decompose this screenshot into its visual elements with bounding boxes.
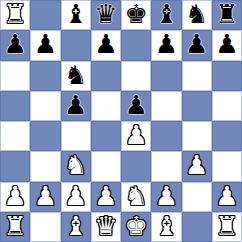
black-pawn-c5[interactable]: ♟ xyxy=(64,92,87,118)
square-h4[interactable] xyxy=(212,121,242,151)
white-queen-d1[interactable]: ♛ xyxy=(94,213,117,239)
white-knight-e2[interactable]: ♞ xyxy=(124,183,147,209)
square-c5[interactable]: ♟ xyxy=(61,91,91,121)
square-g6[interactable] xyxy=(182,61,212,91)
white-knight-c3[interactable]: ♞ xyxy=(64,152,87,178)
square-a2[interactable]: ♟ xyxy=(0,182,30,212)
square-d3[interactable] xyxy=(91,151,121,181)
square-f7[interactable]: ♟ xyxy=(151,30,181,60)
black-queen-d8[interactable]: ♛ xyxy=(94,1,117,27)
square-h2[interactable]: ♟ xyxy=(212,182,242,212)
chess-board: ♜♝♛♚♝♞♜♟♟♟♟♟♟♞♟♟♟♞♟♟♟♟♟♞♟♟♜♝♛♚♝♜ xyxy=(0,0,242,242)
white-bishop-c1[interactable]: ♝ xyxy=(64,213,87,239)
black-knight-c6[interactable]: ♞ xyxy=(64,62,87,88)
white-pawn-c2[interactable]: ♟ xyxy=(64,183,87,209)
square-h5[interactable] xyxy=(212,91,242,121)
white-pawn-d2[interactable]: ♟ xyxy=(94,183,117,209)
black-pawn-a7[interactable]: ♟ xyxy=(3,31,26,57)
square-e3[interactable] xyxy=(121,151,151,181)
square-h6[interactable] xyxy=(212,61,242,91)
white-pawn-f2[interactable]: ♟ xyxy=(155,183,178,209)
white-rook-h1[interactable]: ♜ xyxy=(215,213,238,239)
square-f4[interactable] xyxy=(151,121,181,151)
black-pawn-h7[interactable]: ♟ xyxy=(215,31,238,57)
square-b3[interactable] xyxy=(30,151,60,181)
white-pawn-b2[interactable]: ♟ xyxy=(34,183,57,209)
square-e4[interactable]: ♟ xyxy=(121,121,151,151)
square-d4[interactable] xyxy=(91,121,121,151)
square-f1[interactable]: ♝ xyxy=(151,212,181,242)
square-c3[interactable]: ♞ xyxy=(61,151,91,181)
black-pawn-d7[interactable]: ♟ xyxy=(94,31,117,57)
square-a4[interactable] xyxy=(0,121,30,151)
white-king-e1[interactable]: ♚ xyxy=(124,213,147,239)
black-bishop-f8[interactable]: ♝ xyxy=(155,1,178,27)
black-pawn-b7[interactable]: ♟ xyxy=(34,31,57,57)
square-h1[interactable]: ♜ xyxy=(212,212,242,242)
square-b7[interactable]: ♟ xyxy=(30,30,60,60)
square-g2[interactable] xyxy=(182,182,212,212)
square-f2[interactable]: ♟ xyxy=(151,182,181,212)
square-d2[interactable]: ♟ xyxy=(91,182,121,212)
square-e6[interactable] xyxy=(121,61,151,91)
square-h3[interactable] xyxy=(212,151,242,181)
square-b4[interactable] xyxy=(30,121,60,151)
black-pawn-g7[interactable]: ♟ xyxy=(185,31,208,57)
square-h7[interactable]: ♟ xyxy=(212,30,242,60)
square-f3[interactable] xyxy=(151,151,181,181)
square-d5[interactable] xyxy=(91,91,121,121)
square-a5[interactable] xyxy=(0,91,30,121)
square-a3[interactable] xyxy=(0,151,30,181)
square-b6[interactable] xyxy=(30,61,60,91)
white-rook-a8[interactable]: ♜ xyxy=(3,1,26,27)
white-bishop-f1[interactable]: ♝ xyxy=(155,213,178,239)
square-g5[interactable] xyxy=(182,91,212,121)
square-g3[interactable]: ♟ xyxy=(182,151,212,181)
white-pawn-a2[interactable]: ♟ xyxy=(3,183,26,209)
square-c6[interactable]: ♞ xyxy=(61,61,91,91)
square-a8[interactable]: ♜ xyxy=(0,0,30,30)
square-a6[interactable] xyxy=(0,61,30,91)
square-b1[interactable] xyxy=(30,212,60,242)
square-f8[interactable]: ♝ xyxy=(151,0,181,30)
black-pawn-f7[interactable]: ♟ xyxy=(155,31,178,57)
black-king-e8[interactable]: ♚ xyxy=(124,1,147,27)
square-g8[interactable]: ♞ xyxy=(182,0,212,30)
square-e2[interactable]: ♞ xyxy=(121,182,151,212)
square-a1[interactable]: ♜ xyxy=(0,212,30,242)
black-pawn-e5[interactable]: ♟ xyxy=(124,92,147,118)
square-c1[interactable]: ♝ xyxy=(61,212,91,242)
square-c2[interactable]: ♟ xyxy=(61,182,91,212)
square-g7[interactable]: ♟ xyxy=(182,30,212,60)
square-e1[interactable]: ♚ xyxy=(121,212,151,242)
square-f5[interactable] xyxy=(151,91,181,121)
square-g1[interactable] xyxy=(182,212,212,242)
square-e8[interactable]: ♚ xyxy=(121,0,151,30)
square-c7[interactable] xyxy=(61,30,91,60)
black-rook-h8[interactable]: ♜ xyxy=(215,1,238,27)
black-knight-g8[interactable]: ♞ xyxy=(185,1,208,27)
square-b2[interactable]: ♟ xyxy=(30,182,60,212)
square-a7[interactable]: ♟ xyxy=(0,30,30,60)
square-h8[interactable]: ♜ xyxy=(212,0,242,30)
black-bishop-c8[interactable]: ♝ xyxy=(64,1,87,27)
square-d7[interactable]: ♟ xyxy=(91,30,121,60)
white-pawn-g3[interactable]: ♟ xyxy=(185,152,208,178)
white-rook-a1[interactable]: ♜ xyxy=(3,213,26,239)
square-d6[interactable] xyxy=(91,61,121,91)
square-c8[interactable]: ♝ xyxy=(61,0,91,30)
square-b5[interactable] xyxy=(30,91,60,121)
white-pawn-h2[interactable]: ♟ xyxy=(215,183,238,209)
square-d1[interactable]: ♛ xyxy=(91,212,121,242)
square-g4[interactable] xyxy=(182,121,212,151)
white-pawn-e4[interactable]: ♟ xyxy=(124,122,147,148)
square-f6[interactable] xyxy=(151,61,181,91)
square-d8[interactable]: ♛ xyxy=(91,0,121,30)
square-b8[interactable] xyxy=(30,0,60,30)
square-c4[interactable] xyxy=(61,121,91,151)
square-e5[interactable]: ♟ xyxy=(121,91,151,121)
square-e7[interactable] xyxy=(121,30,151,60)
